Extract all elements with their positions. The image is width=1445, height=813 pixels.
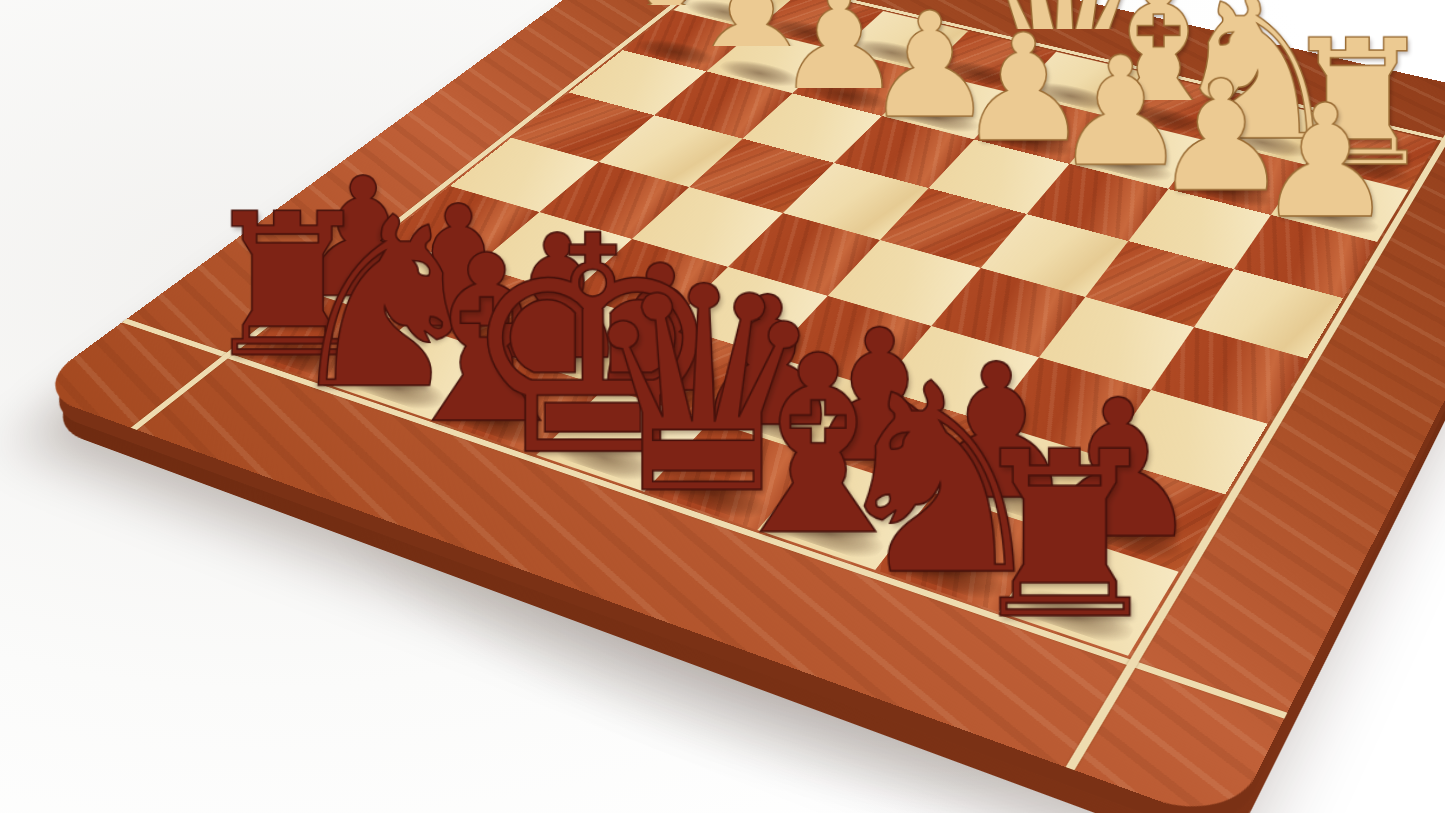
perspective-wrapper: ♜♞♝♚♛♝♞♜♟♟♟♟♟♟♟♟♟♟♟♟♟♟♟♟♜♞♝♚♛♝♞♜ bbox=[0, 0, 1445, 813]
square-c4[interactable] bbox=[981, 214, 1129, 297]
photo-scene: ♜♞♝♚♛♝♞♜♟♟♟♟♟♟♟♟♟♟♟♟♟♟♟♟♜♞♝♚♛♝♞♜ bbox=[0, 0, 1445, 813]
board-top-surface: ♜♞♝♚♛♝♞♜♟♟♟♟♟♟♟♟♟♟♟♟♟♟♟♟♜♞♝♚♛♝♞♜ bbox=[29, 0, 1445, 813]
piece-boxwood-pawn[interactable]: ♟ bbox=[1255, 98, 1395, 226]
piece-red-rook[interactable]: ♜ bbox=[962, 442, 1168, 630]
chess-board: ♜♞♝♚♛♝♞♜♟♟♟♟♟♟♟♟♟♟♟♟♟♟♟♟♜♞♝♚♛♝♞♜ bbox=[29, 0, 1445, 813]
